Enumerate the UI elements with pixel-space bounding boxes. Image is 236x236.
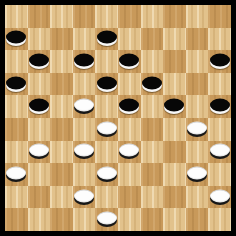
black-man-16[interactable] [6,76,26,89]
square-31[interactable] [28,141,51,164]
square-47[interactable] [50,208,73,231]
light-square [186,5,209,28]
square-42[interactable] [73,186,96,209]
white-man-22[interactable] [74,99,94,112]
light-square [163,208,186,231]
light-square [73,163,96,186]
square-20[interactable] [186,73,209,96]
black-man-21[interactable] [29,99,49,112]
square-49[interactable] [141,208,164,231]
square-6[interactable] [5,28,28,51]
light-square [73,73,96,96]
white-man-38[interactable] [97,166,117,179]
light-square [5,141,28,164]
square-38[interactable] [95,163,118,186]
white-man-45[interactable] [210,189,230,202]
square-16[interactable] [5,73,28,96]
black-man-15[interactable] [210,53,230,66]
square-11[interactable] [28,50,51,73]
light-square [186,186,209,209]
square-41[interactable] [28,186,51,209]
light-square [118,73,141,96]
white-man-33[interactable] [119,144,139,157]
light-square [186,95,209,118]
light-square [73,208,96,231]
square-21[interactable] [28,95,51,118]
light-square [141,186,164,209]
square-15[interactable] [208,50,231,73]
light-square [28,28,51,51]
light-square [141,50,164,73]
light-square [208,118,231,141]
square-32[interactable] [73,141,96,164]
square-30[interactable] [186,118,209,141]
black-man-19[interactable] [142,76,162,89]
light-square [208,163,231,186]
square-3[interactable] [118,5,141,28]
white-man-36[interactable] [6,166,26,179]
square-44[interactable] [163,186,186,209]
square-27[interactable] [50,118,73,141]
black-man-25[interactable] [210,99,230,112]
light-square [186,141,209,164]
white-man-30[interactable] [187,121,207,134]
square-45[interactable] [208,186,231,209]
light-square [118,118,141,141]
light-square [163,28,186,51]
square-40[interactable] [186,163,209,186]
light-square [28,118,51,141]
square-50[interactable] [186,208,209,231]
white-man-28[interactable] [97,121,117,134]
square-2[interactable] [73,5,96,28]
square-13[interactable] [118,50,141,73]
board-frame [0,0,236,236]
black-man-8[interactable] [97,31,117,44]
light-square [95,50,118,73]
light-square [141,5,164,28]
square-24[interactable] [163,95,186,118]
light-square [118,163,141,186]
square-37[interactable] [50,163,73,186]
square-4[interactable] [163,5,186,28]
light-square [50,95,73,118]
light-square [95,141,118,164]
square-48[interactable] [95,208,118,231]
square-33[interactable] [118,141,141,164]
white-man-35[interactable] [210,144,230,157]
square-9[interactable] [141,28,164,51]
white-man-32[interactable] [74,144,94,157]
light-square [163,73,186,96]
light-square [208,73,231,96]
light-square [50,186,73,209]
black-man-11[interactable] [29,53,49,66]
light-square [28,73,51,96]
black-man-12[interactable] [74,53,94,66]
light-square [5,186,28,209]
light-square [186,50,209,73]
light-square [5,5,28,28]
square-23[interactable] [118,95,141,118]
square-39[interactable] [141,163,164,186]
draughts-board [5,5,231,231]
black-man-24[interactable] [164,99,184,112]
light-square [5,95,28,118]
light-square [5,50,28,73]
square-29[interactable] [141,118,164,141]
square-36[interactable] [5,163,28,186]
square-12[interactable] [73,50,96,73]
black-man-23[interactable] [119,99,139,112]
black-man-18[interactable] [97,76,117,89]
light-square [208,208,231,231]
light-square [163,163,186,186]
light-square [73,28,96,51]
white-man-31[interactable] [29,144,49,157]
square-43[interactable] [118,186,141,209]
white-man-42[interactable] [74,189,94,202]
square-25[interactable] [208,95,231,118]
light-square [141,95,164,118]
square-8[interactable] [95,28,118,51]
white-man-48[interactable] [97,212,117,225]
light-square [95,5,118,28]
square-7[interactable] [50,28,73,51]
square-35[interactable] [208,141,231,164]
light-square [73,118,96,141]
square-18[interactable] [95,73,118,96]
light-square [28,163,51,186]
square-34[interactable] [163,141,186,164]
light-square [163,118,186,141]
square-5[interactable] [208,5,231,28]
light-square [118,208,141,231]
light-square [118,28,141,51]
square-10[interactable] [186,28,209,51]
light-square [95,186,118,209]
square-19[interactable] [141,73,164,96]
square-1[interactable] [28,5,51,28]
light-square [95,95,118,118]
light-square [28,208,51,231]
white-man-40[interactable] [187,166,207,179]
square-46[interactable] [5,208,28,231]
square-26[interactable] [5,118,28,141]
square-22[interactable] [73,95,96,118]
light-square [141,141,164,164]
black-man-6[interactable] [6,31,26,44]
square-28[interactable] [95,118,118,141]
square-14[interactable] [163,50,186,73]
light-square [50,141,73,164]
square-17[interactable] [50,73,73,96]
light-square [208,28,231,51]
light-square [50,5,73,28]
black-man-13[interactable] [119,53,139,66]
light-square [50,50,73,73]
